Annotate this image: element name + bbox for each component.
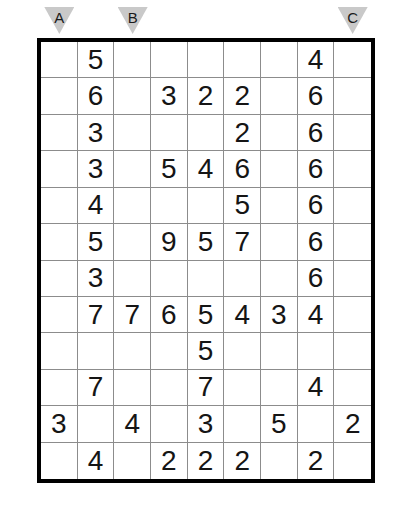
grid-cell[interactable] — [224, 406, 261, 442]
grid-cell-clue[interactable]: 2 — [334, 406, 371, 442]
grid-cell[interactable] — [114, 443, 151, 479]
grid-cell[interactable] — [78, 406, 115, 442]
grid-cell-clue[interactable]: 6 — [298, 261, 335, 297]
grid-cell-clue[interactable]: 4 — [298, 370, 335, 406]
grid-cell[interactable] — [334, 333, 371, 369]
grid-cell-clue[interactable]: 5 — [188, 297, 225, 333]
grid-cell-clue[interactable]: 6 — [298, 224, 335, 260]
grid-cell[interactable] — [261, 188, 298, 224]
grid-cell-clue[interactable]: 3 — [41, 406, 78, 442]
grid-cell-clue[interactable]: 5 — [261, 406, 298, 442]
grid-cell[interactable] — [41, 297, 78, 333]
grid-cell[interactable] — [41, 188, 78, 224]
grid-cell-clue[interactable]: 5 — [224, 188, 261, 224]
grid-cell-clue[interactable]: 2 — [224, 78, 261, 114]
grid-cell-clue[interactable]: 5 — [78, 42, 115, 78]
grid-cell-clue[interactable]: 7 — [188, 370, 225, 406]
grid-cell-clue[interactable]: 2 — [224, 443, 261, 479]
grid-cell[interactable] — [78, 333, 115, 369]
grid-cell[interactable] — [334, 115, 371, 151]
grid-cell-clue[interactable]: 7 — [224, 224, 261, 260]
column-marker-a: A — [44, 7, 74, 34]
grid-cell-clue[interactable]: 6 — [298, 78, 335, 114]
grid-cell[interactable] — [41, 78, 78, 114]
column-marker-c: C — [338, 7, 368, 34]
grid-cell-clue[interactable]: 3 — [78, 151, 115, 187]
grid-cell-clue[interactable]: 3 — [188, 406, 225, 442]
grid-cell[interactable] — [151, 115, 188, 151]
grid-cell[interactable] — [334, 297, 371, 333]
grid-cell-clue[interactable]: 4 — [78, 188, 115, 224]
grid-cell[interactable] — [41, 224, 78, 260]
grid-cell[interactable] — [224, 333, 261, 369]
grid-cell[interactable] — [261, 78, 298, 114]
grid-cell[interactable] — [114, 42, 151, 78]
grid-cell[interactable] — [188, 188, 225, 224]
grid-cell-clue[interactable]: 6 — [298, 115, 335, 151]
grid-cell[interactable] — [151, 333, 188, 369]
grid-cell-clue[interactable]: 4 — [114, 406, 151, 442]
grid-cell-clue[interactable]: 6 — [298, 151, 335, 187]
grid-cell[interactable] — [41, 370, 78, 406]
puzzle-page: A B C 5463226326354664565957636776543457… — [0, 0, 410, 513]
grid-cell-clue[interactable]: 6 — [151, 297, 188, 333]
grid-cell-clue[interactable]: 3 — [261, 297, 298, 333]
grid-cell[interactable] — [41, 333, 78, 369]
grid-cell[interactable] — [114, 115, 151, 151]
grid-cell[interactable] — [298, 406, 335, 442]
column-marker-b: B — [118, 7, 148, 34]
grid-cell-clue[interactable]: 5 — [188, 333, 225, 369]
grid-cell-clue[interactable]: 3 — [151, 78, 188, 114]
grid-cell-clue[interactable]: 4 — [298, 42, 335, 78]
grid-cell[interactable] — [261, 151, 298, 187]
grid-cell[interactable] — [334, 188, 371, 224]
puzzle-grid: 5463226326354664565957636776543457743435… — [37, 38, 375, 483]
grid-cell[interactable] — [261, 261, 298, 297]
grid-cell-clue[interactable]: 6 — [78, 78, 115, 114]
grid-cell[interactable] — [151, 370, 188, 406]
grid-cell-clue[interactable]: 6 — [224, 151, 261, 187]
grid-cell[interactable] — [334, 443, 371, 479]
grid-cell[interactable] — [334, 151, 371, 187]
grid-cell[interactable] — [334, 261, 371, 297]
grid-cell-clue[interactable]: 2 — [188, 443, 225, 479]
grid-cell-clue[interactable]: 2 — [224, 115, 261, 151]
grid-cell[interactable] — [261, 115, 298, 151]
grid-cell[interactable] — [261, 42, 298, 78]
grid-cell-clue[interactable]: 4 — [298, 297, 335, 333]
grid-cell[interactable] — [41, 42, 78, 78]
grid-cell-clue[interactable]: 6 — [298, 188, 335, 224]
grid-cell[interactable] — [114, 78, 151, 114]
grid-cell-clue[interactable]: 3 — [78, 115, 115, 151]
grid-cell[interactable] — [114, 333, 151, 369]
grid-cell[interactable] — [151, 42, 188, 78]
grid-cell[interactable] — [114, 370, 151, 406]
grid-cell[interactable] — [261, 333, 298, 369]
grid-cell-clue[interactable]: 7 — [78, 297, 115, 333]
grid-cell[interactable] — [151, 261, 188, 297]
grid-cell[interactable] — [114, 188, 151, 224]
grid-cell[interactable] — [261, 443, 298, 479]
marker-letter-a: A — [54, 7, 64, 25]
grid-cell-clue[interactable]: 7 — [78, 370, 115, 406]
grid-cell-clue[interactable]: 5 — [78, 224, 115, 260]
grid-cell[interactable] — [261, 224, 298, 260]
grid-cell-clue[interactable]: 3 — [78, 261, 115, 297]
grid-cell[interactable] — [188, 115, 225, 151]
marker-letter-b: B — [128, 7, 138, 25]
grid-cell[interactable] — [334, 370, 371, 406]
grid-cell[interactable] — [261, 370, 298, 406]
marker-letter-c: C — [347, 7, 358, 25]
grid-cell[interactable] — [41, 115, 78, 151]
grid-cell[interactable] — [41, 151, 78, 187]
grid-cell-clue[interactable]: 9 — [151, 224, 188, 260]
grid-cell-clue[interactable]: 4 — [224, 297, 261, 333]
grid-cell[interactable] — [114, 151, 151, 187]
grid-cell-clue[interactable]: 4 — [78, 443, 115, 479]
grid-cell[interactable] — [41, 261, 78, 297]
grid-cell[interactable] — [41, 443, 78, 479]
grid-cell-clue[interactable]: 2 — [151, 443, 188, 479]
grid-cell[interactable] — [334, 78, 371, 114]
grid-cell[interactable] — [334, 42, 371, 78]
grid-cell-clue[interactable]: 5 — [188, 224, 225, 260]
grid-cell-clue[interactable]: 2 — [298, 443, 335, 479]
grid-cell[interactable] — [151, 406, 188, 442]
grid-cell-clue[interactable]: 5 — [151, 151, 188, 187]
grid-cell[interactable] — [224, 261, 261, 297]
grid-cell[interactable] — [334, 224, 371, 260]
grid-cell[interactable] — [188, 261, 225, 297]
grid-cell[interactable] — [224, 42, 261, 78]
grid-cell-clue[interactable]: 2 — [188, 78, 225, 114]
grid-cell[interactable] — [151, 188, 188, 224]
grid-cell[interactable] — [188, 42, 225, 78]
grid-cell-clue[interactable]: 4 — [188, 151, 225, 187]
grid-cell[interactable] — [114, 261, 151, 297]
grid-cell-clue[interactable]: 7 — [114, 297, 151, 333]
grid-cell[interactable] — [114, 224, 151, 260]
grid-cell[interactable] — [224, 370, 261, 406]
grid-cell[interactable] — [298, 333, 335, 369]
